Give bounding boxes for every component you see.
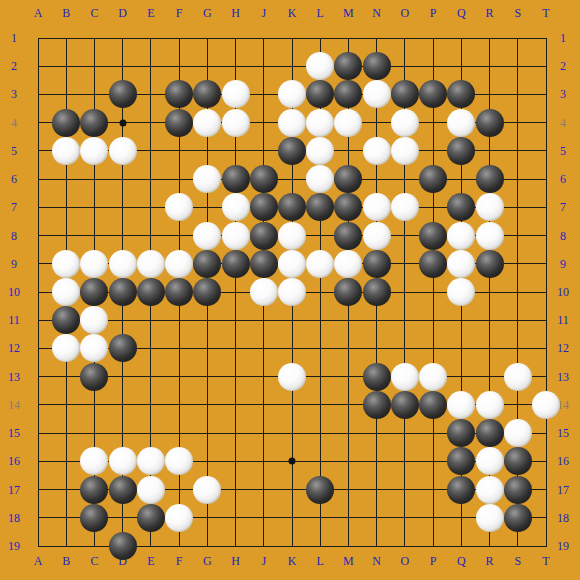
grid-line-h xyxy=(38,320,547,321)
row-label-left: 8 xyxy=(11,230,17,242)
col-label-top: N xyxy=(372,7,381,19)
col-label-bottom: N xyxy=(372,555,381,567)
white-stone xyxy=(391,193,419,221)
row-label-left: 9 xyxy=(11,258,17,270)
col-label-top: E xyxy=(147,7,154,19)
row-label-right: 9 xyxy=(560,258,566,270)
black-stone xyxy=(334,165,362,193)
black-stone xyxy=(334,52,362,80)
black-stone xyxy=(504,447,532,475)
col-label-bottom: L xyxy=(317,555,324,567)
col-label-bottom: R xyxy=(486,555,494,567)
go-board-screenshot: AABBCCDDEEFFGGHHJJKKLLMMNNOOPPQQRRSSTT11… xyxy=(0,0,580,580)
star-point xyxy=(119,119,126,126)
white-stone xyxy=(476,447,504,475)
black-stone xyxy=(80,109,108,137)
white-stone xyxy=(363,80,391,108)
black-stone xyxy=(222,165,250,193)
white-stone xyxy=(222,109,250,137)
white-stone xyxy=(447,391,475,419)
black-stone xyxy=(419,391,447,419)
row-label-right: 19 xyxy=(557,540,569,552)
col-label-bottom: E xyxy=(147,555,154,567)
black-stone xyxy=(165,278,193,306)
white-stone xyxy=(137,447,165,475)
col-label-bottom: C xyxy=(90,555,98,567)
black-stone xyxy=(476,250,504,278)
row-label-right: 7 xyxy=(560,201,566,213)
black-stone xyxy=(137,504,165,532)
black-stone xyxy=(419,80,447,108)
white-stone xyxy=(109,137,137,165)
col-label-top: S xyxy=(514,7,521,19)
row-label-left: 14 xyxy=(8,399,20,411)
black-stone xyxy=(419,250,447,278)
white-stone xyxy=(278,109,306,137)
col-label-top: A xyxy=(34,7,43,19)
white-stone xyxy=(193,165,221,193)
col-label-top: B xyxy=(62,7,70,19)
white-stone xyxy=(278,222,306,250)
black-stone xyxy=(334,278,362,306)
row-label-left: 17 xyxy=(8,484,20,496)
black-stone xyxy=(334,193,362,221)
black-stone xyxy=(306,193,334,221)
col-label-top: J xyxy=(261,7,266,19)
white-stone xyxy=(334,109,362,137)
black-stone xyxy=(165,80,193,108)
white-stone xyxy=(504,363,532,391)
row-label-right: 8 xyxy=(560,230,566,242)
black-stone xyxy=(278,137,306,165)
white-stone xyxy=(278,80,306,108)
black-stone xyxy=(476,165,504,193)
white-stone xyxy=(52,250,80,278)
row-label-right: 16 xyxy=(557,455,569,467)
row-label-left: 16 xyxy=(8,455,20,467)
white-stone xyxy=(193,476,221,504)
black-stone xyxy=(222,250,250,278)
white-stone xyxy=(222,80,250,108)
white-stone xyxy=(306,109,334,137)
black-stone xyxy=(250,165,278,193)
black-stone xyxy=(109,476,137,504)
white-stone xyxy=(334,250,362,278)
col-label-top: T xyxy=(542,7,549,19)
black-stone xyxy=(363,391,391,419)
col-label-bottom: S xyxy=(514,555,521,567)
white-stone xyxy=(476,222,504,250)
white-stone xyxy=(391,137,419,165)
white-stone xyxy=(476,504,504,532)
black-stone xyxy=(363,363,391,391)
white-stone xyxy=(222,193,250,221)
col-label-bottom: M xyxy=(343,555,354,567)
white-stone xyxy=(278,363,306,391)
grid-line-v xyxy=(433,38,434,547)
row-label-right: 11 xyxy=(557,314,569,326)
white-stone xyxy=(306,137,334,165)
row-label-left: 19 xyxy=(8,540,20,552)
col-label-top: P xyxy=(430,7,437,19)
black-stone xyxy=(109,278,137,306)
black-stone xyxy=(80,363,108,391)
white-stone xyxy=(137,250,165,278)
black-stone xyxy=(334,80,362,108)
white-stone xyxy=(278,250,306,278)
black-stone xyxy=(447,476,475,504)
white-stone xyxy=(250,278,278,306)
white-stone xyxy=(532,391,560,419)
white-stone xyxy=(193,222,221,250)
row-label-right: 1 xyxy=(560,32,566,44)
white-stone xyxy=(306,250,334,278)
row-label-left: 3 xyxy=(11,88,17,100)
col-label-top: R xyxy=(486,7,494,19)
white-stone xyxy=(109,250,137,278)
black-stone xyxy=(447,419,475,447)
col-label-bottom: O xyxy=(401,555,410,567)
black-stone xyxy=(137,278,165,306)
black-stone xyxy=(80,278,108,306)
col-label-top: Q xyxy=(457,7,466,19)
white-stone xyxy=(109,447,137,475)
col-label-bottom: B xyxy=(62,555,70,567)
white-stone xyxy=(363,222,391,250)
col-label-bottom: H xyxy=(231,555,240,567)
black-stone xyxy=(80,476,108,504)
black-stone xyxy=(80,504,108,532)
white-stone xyxy=(80,306,108,334)
white-stone xyxy=(278,278,306,306)
black-stone xyxy=(419,222,447,250)
col-label-top: D xyxy=(118,7,127,19)
grid-line-v xyxy=(546,38,547,547)
row-label-left: 15 xyxy=(8,427,20,439)
white-stone xyxy=(419,363,447,391)
col-label-bottom: F xyxy=(176,555,183,567)
white-stone xyxy=(447,278,475,306)
row-label-right: 10 xyxy=(557,286,569,298)
row-label-right: 3 xyxy=(560,88,566,100)
col-label-top: C xyxy=(90,7,98,19)
white-stone xyxy=(193,109,221,137)
white-stone xyxy=(80,137,108,165)
col-label-top: G xyxy=(203,7,212,19)
col-label-bottom: P xyxy=(430,555,437,567)
black-stone xyxy=(109,80,137,108)
white-stone xyxy=(165,504,193,532)
row-label-right: 2 xyxy=(560,60,566,72)
black-stone xyxy=(363,278,391,306)
row-label-left: 11 xyxy=(8,314,20,326)
white-stone xyxy=(137,476,165,504)
row-label-right: 15 xyxy=(557,427,569,439)
row-label-left: 7 xyxy=(11,201,17,213)
black-stone xyxy=(504,504,532,532)
white-stone xyxy=(476,476,504,504)
white-stone xyxy=(165,250,193,278)
white-stone xyxy=(476,391,504,419)
black-stone xyxy=(52,109,80,137)
col-label-bottom: J xyxy=(261,555,266,567)
black-stone xyxy=(447,137,475,165)
white-stone xyxy=(447,250,475,278)
col-label-bottom: K xyxy=(288,555,297,567)
white-stone xyxy=(363,137,391,165)
col-label-bottom: Q xyxy=(457,555,466,567)
black-stone xyxy=(391,391,419,419)
black-stone xyxy=(334,222,362,250)
white-stone xyxy=(80,334,108,362)
black-stone xyxy=(306,80,334,108)
black-stone xyxy=(193,250,221,278)
black-stone xyxy=(193,80,221,108)
black-stone xyxy=(447,193,475,221)
row-label-left: 6 xyxy=(11,173,17,185)
row-label-left: 1 xyxy=(11,32,17,44)
row-label-left: 5 xyxy=(11,145,17,157)
white-stone xyxy=(222,222,250,250)
black-stone xyxy=(165,109,193,137)
col-label-top: F xyxy=(176,7,183,19)
black-stone xyxy=(250,222,278,250)
white-stone xyxy=(306,52,334,80)
white-stone xyxy=(306,165,334,193)
white-stone xyxy=(476,193,504,221)
row-label-right: 18 xyxy=(557,512,569,524)
black-stone xyxy=(447,80,475,108)
col-label-bottom: A xyxy=(34,555,43,567)
grid-line-h xyxy=(38,517,547,518)
black-stone xyxy=(419,165,447,193)
black-stone xyxy=(476,109,504,137)
black-stone xyxy=(250,250,278,278)
black-stone xyxy=(193,278,221,306)
white-stone xyxy=(447,109,475,137)
black-stone xyxy=(278,193,306,221)
black-stone xyxy=(476,419,504,447)
black-stone xyxy=(447,447,475,475)
col-label-top: H xyxy=(231,7,240,19)
black-stone xyxy=(52,306,80,334)
white-stone xyxy=(165,447,193,475)
white-stone xyxy=(52,334,80,362)
row-label-right: 5 xyxy=(560,145,566,157)
white-stone xyxy=(504,419,532,447)
white-stone xyxy=(80,250,108,278)
white-stone xyxy=(52,278,80,306)
black-stone xyxy=(363,52,391,80)
row-label-right: 17 xyxy=(557,484,569,496)
star-point xyxy=(289,458,296,465)
white-stone xyxy=(80,447,108,475)
row-label-left: 4 xyxy=(11,117,17,129)
white-stone xyxy=(165,193,193,221)
col-label-bottom: G xyxy=(203,555,212,567)
row-label-right: 13 xyxy=(557,371,569,383)
white-stone xyxy=(391,109,419,137)
white-stone xyxy=(52,137,80,165)
row-label-left: 13 xyxy=(8,371,20,383)
row-label-left: 2 xyxy=(11,60,17,72)
row-label-right: 6 xyxy=(560,173,566,185)
white-stone xyxy=(391,363,419,391)
black-stone xyxy=(109,334,137,362)
row-label-left: 10 xyxy=(8,286,20,298)
row-label-left: 12 xyxy=(8,342,20,354)
black-stone xyxy=(391,80,419,108)
black-stone xyxy=(109,532,137,560)
white-stone xyxy=(363,193,391,221)
row-label-left: 18 xyxy=(8,512,20,524)
black-stone xyxy=(306,476,334,504)
col-label-top: L xyxy=(317,7,324,19)
white-stone xyxy=(447,222,475,250)
black-stone xyxy=(363,250,391,278)
col-label-top: K xyxy=(288,7,297,19)
col-label-top: O xyxy=(401,7,410,19)
col-label-bottom: T xyxy=(542,555,549,567)
black-stone xyxy=(250,193,278,221)
black-stone xyxy=(504,476,532,504)
col-label-top: M xyxy=(343,7,354,19)
row-label-right: 12 xyxy=(557,342,569,354)
row-label-right: 4 xyxy=(560,117,566,129)
